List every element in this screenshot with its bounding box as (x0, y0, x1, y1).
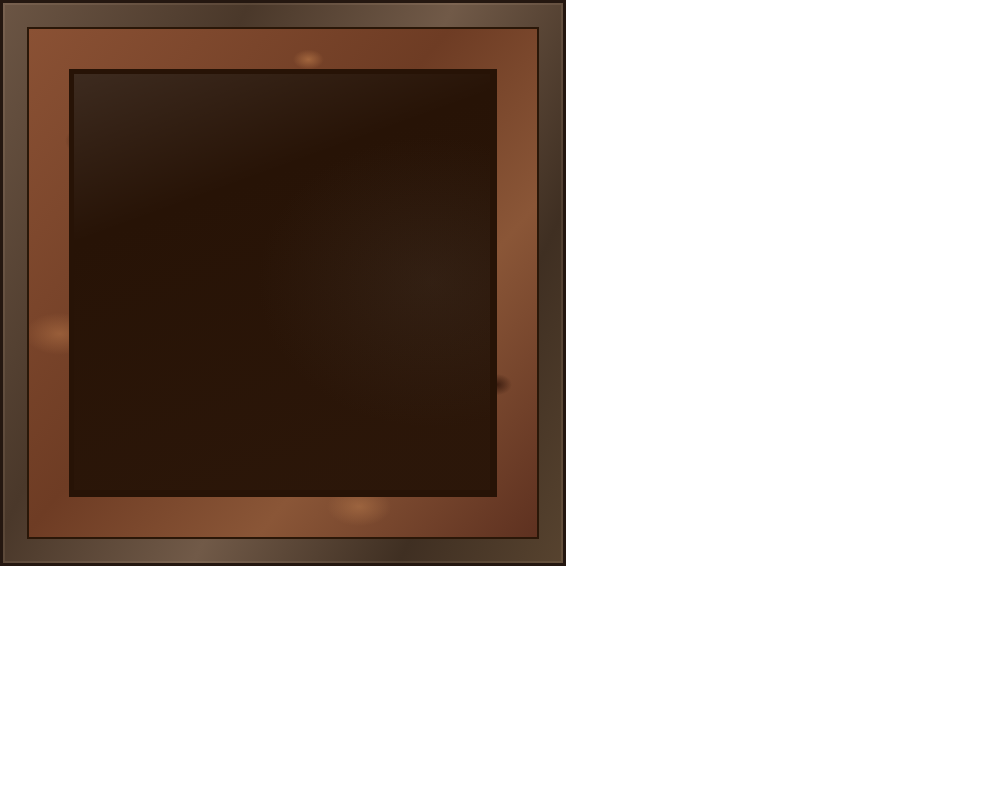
pieces-layer (0, 0, 1000, 800)
product-photo-scene (0, 0, 1000, 800)
